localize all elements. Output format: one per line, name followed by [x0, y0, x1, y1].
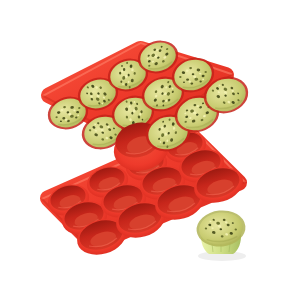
loose-muffin	[195, 208, 247, 261]
product-photo	[0, 0, 300, 300]
muffin-pans-scene	[0, 0, 300, 300]
